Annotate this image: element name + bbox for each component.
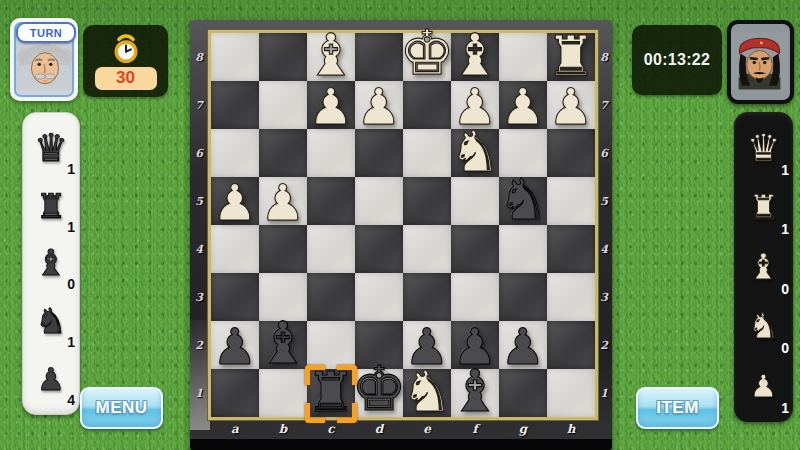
square-h5[interactable] — [547, 177, 595, 225]
square-c8[interactable]: ♝ — [307, 33, 355, 81]
black-rook-icon: ♜ — [36, 189, 66, 223]
square-a5[interactable]: ♟ — [211, 177, 259, 225]
square-h3[interactable] — [547, 273, 595, 321]
game-clock: 00:13:22 — [632, 25, 722, 95]
right-captured-tray: ♛1♜1♝0♞0♟1 — [734, 112, 793, 422]
square-b7[interactable] — [259, 81, 307, 129]
move-timer-value: 30 — [95, 67, 157, 90]
white-pawn[interactable]: ♟ — [309, 82, 354, 132]
white-rook[interactable]: ♜ — [546, 29, 595, 84]
square-b8[interactable] — [259, 33, 307, 81]
square-h1[interactable] — [547, 369, 595, 417]
rank-label-6: 6 — [190, 129, 208, 177]
square-g3[interactable] — [499, 273, 547, 321]
file-label-h: h — [547, 419, 595, 439]
square-e1[interactable]: ♞ — [403, 369, 451, 417]
white-knight[interactable]: ♞ — [401, 363, 452, 420]
captured-count: 1 — [781, 400, 789, 416]
captured-black-queen: ♛1 — [23, 119, 79, 177]
square-f5[interactable] — [451, 177, 499, 225]
black-bishop-icon: ♝ — [35, 245, 67, 281]
captured-count: 0 — [781, 281, 789, 297]
square-g1[interactable] — [499, 369, 547, 417]
square-g4[interactable] — [499, 225, 547, 273]
white-pawn[interactable]: ♟ — [213, 178, 258, 228]
square-c7[interactable]: ♟ — [307, 81, 355, 129]
square-d6[interactable] — [355, 129, 403, 177]
captured-count: 0 — [67, 276, 75, 292]
square-a4[interactable] — [211, 225, 259, 273]
black-pawn-icon: ♟ — [37, 364, 65, 395]
red-beret-man-avatar-icon — [731, 24, 790, 100]
square-g2[interactable]: ♟ — [499, 321, 547, 369]
captured-count: 1 — [67, 334, 75, 350]
square-d5[interactable] — [355, 177, 403, 225]
square-c1[interactable]: ♜ — [307, 369, 355, 417]
rank-labels-left: 87654321 — [190, 33, 208, 417]
rank-label-8: 8 — [190, 33, 208, 81]
captured-count: 4 — [67, 392, 75, 408]
square-b5[interactable]: ♟ — [259, 177, 307, 225]
rank-label-4: 4 — [190, 225, 208, 273]
square-h7[interactable]: ♟ — [547, 81, 595, 129]
square-b2[interactable]: ♝ — [259, 321, 307, 369]
menu-button[interactable]: MENU — [80, 387, 163, 429]
captured-count: 1 — [781, 162, 789, 178]
captured-count: 1 — [781, 221, 789, 237]
captured-white-pawn: ♟1 — [734, 356, 793, 416]
captured-white-knight: ♞0 — [734, 297, 793, 357]
white-bishop[interactable]: ♝ — [449, 26, 501, 84]
white-queen-icon: ♛ — [746, 129, 780, 167]
selection-corner — [305, 403, 325, 423]
move-timer-panel: 30 — [83, 25, 168, 97]
rank-label-7: 7 — [190, 81, 208, 129]
white-knight-icon: ♞ — [748, 309, 779, 344]
square-f6[interactable]: ♞ — [451, 129, 499, 177]
square-a1[interactable] — [211, 369, 259, 417]
rank-label-1: 1 — [190, 369, 208, 417]
captured-count: 1 — [67, 161, 75, 177]
square-d4[interactable] — [355, 225, 403, 273]
board-grid: ♝♚♝♜♟♟♟♟♟♞♟♟♞♟♝♟♟♟♜♚♞♝ — [211, 33, 595, 417]
rank-label-2: 2 — [190, 321, 208, 369]
black-knight[interactable]: ♞ — [497, 171, 548, 228]
board-play-area: ♝♚♝♜♟♟♟♟♟♞♟♟♞♟♝♟♟♟♜♚♞♝ — [208, 30, 598, 420]
black-bishop[interactable]: ♝ — [257, 314, 309, 372]
square-a7[interactable] — [211, 81, 259, 129]
black-queen-icon: ♛ — [34, 129, 68, 167]
black-pawn[interactable]: ♟ — [501, 322, 546, 372]
turn-badge: TURN — [16, 22, 76, 43]
white-bishop[interactable]: ♝ — [305, 26, 357, 84]
square-a2[interactable]: ♟ — [211, 321, 259, 369]
captured-black-rook: ♜1 — [23, 177, 79, 235]
white-king[interactable]: ♚ — [399, 22, 455, 84]
square-a8[interactable] — [211, 33, 259, 81]
white-pawn-icon: ♟ — [750, 371, 778, 402]
square-e6[interactable] — [403, 129, 451, 177]
rank-label-3: 3 — [190, 273, 208, 321]
black-bishop[interactable]: ♝ — [449, 362, 501, 420]
square-f8[interactable]: ♝ — [451, 33, 499, 81]
square-h8[interactable]: ♜ — [547, 33, 595, 81]
square-d8[interactable] — [355, 33, 403, 81]
file-label-b: b — [259, 419, 307, 439]
white-pawn[interactable]: ♟ — [261, 178, 306, 228]
item-button[interactable]: ITEM — [636, 387, 719, 429]
black-king[interactable]: ♚ — [351, 358, 407, 420]
square-a3[interactable] — [211, 273, 259, 321]
square-b4[interactable] — [259, 225, 307, 273]
square-f3[interactable] — [451, 273, 499, 321]
file-label-g: g — [499, 419, 547, 439]
captured-white-queen: ♛1 — [734, 118, 793, 178]
white-knight[interactable]: ♞ — [449, 123, 500, 180]
black-pawn[interactable]: ♟ — [213, 322, 258, 372]
square-g8[interactable] — [499, 33, 547, 81]
square-e5[interactable] — [403, 177, 451, 225]
square-h2[interactable] — [547, 321, 595, 369]
captured-white-bishop: ♝0 — [734, 237, 793, 297]
white-pawn[interactable]: ♟ — [357, 82, 402, 132]
square-f1[interactable]: ♝ — [451, 369, 499, 417]
rank-label-5: 5 — [190, 177, 208, 225]
grass-background: 87654321 87654321 ♝♚♝♜♟♟♟♟♟♞♟♟♞♟♝♟♟♟♜♚♞♝… — [0, 0, 800, 450]
captured-black-pawn: ♟4 — [23, 350, 79, 408]
square-d7[interactable]: ♟ — [355, 81, 403, 129]
square-g5[interactable]: ♞ — [499, 177, 547, 225]
captured-black-bishop: ♝0 — [23, 235, 79, 293]
file-label-a: a — [211, 419, 259, 439]
selection-corner — [337, 403, 357, 423]
square-b6[interactable] — [259, 129, 307, 177]
square-h6[interactable] — [547, 129, 595, 177]
selection-corner — [305, 365, 325, 385]
white-rook-icon: ♜ — [748, 190, 778, 224]
right-player-avatar — [727, 20, 794, 104]
selection-corner — [337, 365, 357, 385]
square-c4[interactable] — [307, 225, 355, 273]
square-h4[interactable] — [547, 225, 595, 273]
captured-count: 0 — [781, 340, 789, 356]
square-d1[interactable]: ♚ — [355, 369, 403, 417]
white-bishop-icon: ♝ — [747, 249, 779, 285]
square-a6[interactable] — [211, 129, 259, 177]
captured-black-knight: ♞1 — [23, 292, 79, 350]
chess-board: 87654321 87654321 ♝♚♝♜♟♟♟♟♟♞♟♟♞♟♝♟♟♟♜♚♞♝… — [190, 20, 612, 450]
square-e3[interactable] — [403, 273, 451, 321]
square-e4[interactable] — [403, 225, 451, 273]
square-e8[interactable]: ♚ — [403, 33, 451, 81]
captured-white-rook: ♜1 — [734, 178, 793, 238]
square-c5[interactable] — [307, 177, 355, 225]
square-f4[interactable] — [451, 225, 499, 273]
square-c3[interactable] — [307, 273, 355, 321]
square-g7[interactable]: ♟ — [499, 81, 547, 129]
captured-count: 1 — [67, 219, 75, 235]
white-pawn[interactable]: ♟ — [501, 82, 546, 132]
left-captured-tray: ♛1♜1♝0♞1♟4 — [22, 112, 80, 415]
white-pawn[interactable]: ♟ — [549, 82, 594, 132]
square-c6[interactable] — [307, 129, 355, 177]
black-knight-icon: ♞ — [35, 304, 66, 339]
board-bottom-edge — [190, 439, 612, 450]
game-clock-value: 00:13:22 — [644, 51, 710, 69]
square-d3[interactable] — [355, 273, 403, 321]
alarm-clock-icon — [111, 33, 141, 65]
